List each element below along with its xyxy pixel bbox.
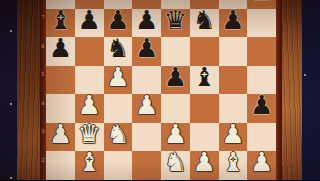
square-b7: ♟ bbox=[75, 9, 104, 38]
black-pawn-a6: ♟ bbox=[46, 34, 75, 63]
square-e7: ♛ bbox=[161, 9, 190, 38]
square-d1 bbox=[132, 180, 161, 181]
white-rook-f1: ♜ bbox=[190, 177, 219, 181]
square-e1 bbox=[161, 180, 190, 181]
square-a5 bbox=[46, 66, 75, 95]
square-e2: ♞ bbox=[161, 151, 190, 180]
background-band-right bbox=[302, 0, 320, 180]
square-b6 bbox=[75, 37, 104, 66]
chess-video-frame: 765432 ♜♚♜♝♟♟♟♛♞♟♟♞♟♟♟♝♟♟♟♟♛♞♟♟♝♞♟♝♟♜♜♚ bbox=[0, 0, 320, 180]
square-f5: ♝ bbox=[190, 66, 219, 95]
white-pawn-g3: ♟ bbox=[219, 120, 248, 149]
white-king-g1: ♚ bbox=[219, 177, 248, 181]
square-c2 bbox=[104, 151, 133, 180]
square-h6 bbox=[247, 37, 276, 66]
black-knight-f7: ♞ bbox=[190, 6, 219, 35]
white-rook-a1: ♜ bbox=[46, 177, 75, 181]
background-band-left bbox=[0, 0, 17, 180]
white-pawn-h2: ♟ bbox=[247, 148, 276, 177]
square-g6 bbox=[219, 37, 248, 66]
black-pawn-g7: ♟ bbox=[219, 6, 248, 35]
table-wood-right bbox=[282, 0, 302, 180]
square-d6: ♟ bbox=[132, 37, 161, 66]
dust-speck bbox=[10, 30, 12, 32]
square-h1 bbox=[247, 180, 276, 181]
white-knight-c3: ♞ bbox=[104, 120, 133, 149]
white-bishop-b2: ♝ bbox=[75, 148, 104, 177]
black-bishop-f5: ♝ bbox=[190, 63, 219, 92]
square-b2: ♝ bbox=[75, 151, 104, 180]
square-g5 bbox=[219, 66, 248, 95]
square-g7: ♟ bbox=[219, 9, 248, 38]
dust-speck bbox=[304, 74, 306, 76]
white-queen-b3: ♛ bbox=[75, 120, 104, 149]
chess-board: ♜♚♜♝♟♟♟♛♞♟♟♞♟♟♟♝♟♟♟♟♛♞♟♟♝♞♟♝♟♜♜♚ bbox=[46, 0, 276, 180]
square-d2 bbox=[132, 151, 161, 180]
square-a6: ♟ bbox=[46, 37, 75, 66]
black-knight-c6: ♞ bbox=[104, 34, 133, 63]
square-c3: ♞ bbox=[104, 123, 133, 152]
black-pawn-h4: ♟ bbox=[247, 91, 276, 120]
square-d3 bbox=[132, 123, 161, 152]
white-pawn-a3: ♟ bbox=[46, 120, 75, 149]
dust-speck bbox=[10, 103, 12, 105]
square-h4: ♟ bbox=[247, 94, 276, 123]
black-pawn-d6: ♟ bbox=[132, 34, 161, 63]
black-pawn-b7: ♟ bbox=[75, 6, 104, 35]
square-h8: ♜ bbox=[247, 0, 276, 9]
black-rook-h8: ♜ bbox=[247, 0, 276, 6]
square-c5: ♟ bbox=[104, 66, 133, 95]
rank-label-4: 4 bbox=[40, 99, 45, 106]
white-pawn-d4: ♟ bbox=[132, 91, 161, 120]
square-d4: ♟ bbox=[132, 94, 161, 123]
dust-speck bbox=[10, 177, 12, 179]
square-h2: ♟ bbox=[247, 151, 276, 180]
rank-label-5: 5 bbox=[40, 71, 45, 78]
black-queen-e7: ♛ bbox=[161, 6, 190, 35]
white-pawn-e3: ♟ bbox=[161, 120, 190, 149]
square-f1: ♜ bbox=[190, 180, 219, 181]
square-a3: ♟ bbox=[46, 123, 75, 152]
white-pawn-b4: ♟ bbox=[75, 91, 104, 120]
square-a1: ♜ bbox=[46, 180, 75, 181]
white-pawn-f2: ♟ bbox=[190, 148, 219, 177]
black-pawn-e5: ♟ bbox=[161, 63, 190, 92]
white-bishop-g2: ♝ bbox=[219, 148, 248, 177]
table-wood-left bbox=[17, 0, 40, 180]
white-knight-e2: ♞ bbox=[161, 148, 190, 177]
square-e5: ♟ bbox=[161, 66, 190, 95]
square-h7 bbox=[247, 9, 276, 38]
square-f4 bbox=[190, 94, 219, 123]
square-c1 bbox=[104, 180, 133, 181]
square-b1 bbox=[75, 180, 104, 181]
black-pawn-c7: ♟ bbox=[104, 6, 133, 35]
square-g1: ♚ bbox=[219, 180, 248, 181]
black-bishop-a7: ♝ bbox=[46, 6, 75, 35]
rank-label-6: 6 bbox=[40, 42, 45, 49]
rank-label-7: 7 bbox=[40, 14, 45, 21]
black-pawn-d7: ♟ bbox=[132, 6, 161, 35]
white-pawn-c5: ♟ bbox=[104, 63, 133, 92]
rank-label-2: 2 bbox=[40, 156, 45, 163]
rank-label-3: 3 bbox=[40, 128, 45, 135]
square-f7: ♞ bbox=[190, 9, 219, 38]
